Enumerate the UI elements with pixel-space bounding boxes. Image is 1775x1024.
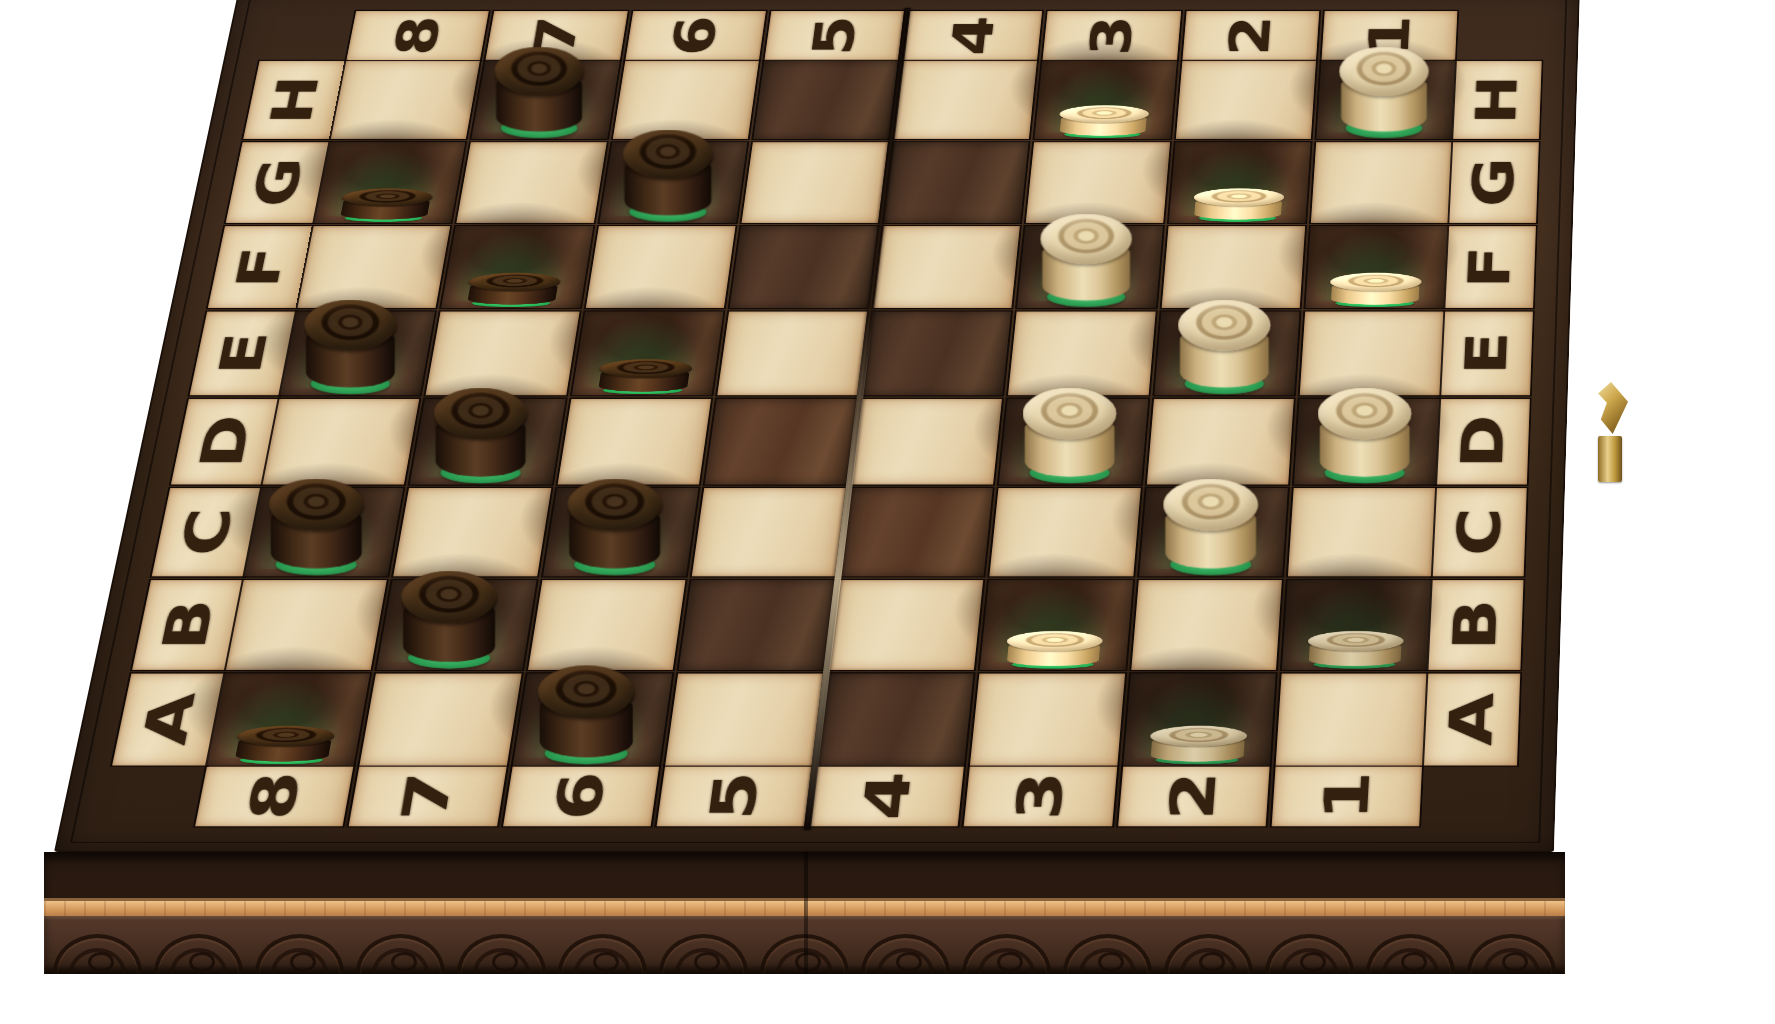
rank-right-label-B: B bbox=[1445, 599, 1506, 650]
file-top-label-7: 7 bbox=[526, 16, 588, 56]
rank-left-label-F: F bbox=[228, 246, 293, 288]
rank-left-label-C: C bbox=[173, 508, 241, 556]
carved-arc-motif bbox=[653, 928, 754, 974]
rank-right-label-F: F bbox=[1461, 246, 1519, 288]
file-top-label-3: 3 bbox=[1083, 16, 1142, 56]
front-fold-seam bbox=[804, 852, 808, 974]
carved-arc-motif bbox=[1057, 928, 1158, 974]
rank-right-label-A: A bbox=[1440, 693, 1502, 746]
file-top-label-4: 4 bbox=[943, 16, 1002, 56]
photo-canvas: 87654321 87654321 HGFEDCBA HGFEDCBA bbox=[0, 0, 1775, 1024]
rank-left-label-E: E bbox=[210, 332, 276, 375]
file-bottom-label-4: 4 bbox=[854, 772, 920, 821]
brass-clasp-hook-icon bbox=[1594, 382, 1628, 434]
brass-clasp bbox=[1588, 382, 1632, 486]
carved-arc-motif bbox=[350, 928, 451, 974]
brass-clasp-plate-icon bbox=[1598, 436, 1622, 482]
rank-right-label-E: E bbox=[1457, 332, 1516, 375]
file-top-label-6: 6 bbox=[665, 16, 726, 56]
carved-arc-motif bbox=[47, 928, 148, 974]
rank-left-label-H: H bbox=[262, 75, 327, 124]
rank-left-label-D: D bbox=[191, 415, 260, 468]
file-bottom-label-5: 5 bbox=[701, 772, 768, 821]
rank-left-label-A: A bbox=[134, 693, 205, 746]
carved-arc-motif bbox=[1461, 928, 1562, 974]
file-top-label-5: 5 bbox=[804, 16, 864, 56]
file-top-label-2: 2 bbox=[1222, 16, 1280, 56]
rank-left-label-B: B bbox=[153, 599, 223, 650]
file-top-label-8: 8 bbox=[387, 16, 449, 56]
carved-arc-motif bbox=[451, 928, 552, 974]
carved-arc-motif bbox=[956, 928, 1057, 974]
rank-right-label-G: G bbox=[1464, 158, 1522, 207]
file-bottom-label-7: 7 bbox=[393, 772, 462, 821]
carved-arc-motif bbox=[1360, 928, 1461, 974]
carved-arc-motif bbox=[855, 928, 956, 974]
rank-right-label-D: D bbox=[1453, 415, 1513, 468]
rank-right-label-H: H bbox=[1468, 75, 1525, 124]
board-frame bbox=[54, 0, 1580, 852]
rank-left-label-G: G bbox=[245, 158, 311, 207]
file-bottom-label-3: 3 bbox=[1008, 772, 1073, 821]
file-top-label-1: 1 bbox=[1361, 16, 1418, 56]
checkers-board: 87654321 87654321 HGFEDCBA HGFEDCBA bbox=[54, 0, 1580, 852]
carved-arc-motif bbox=[1259, 928, 1360, 974]
file-bottom-label-8: 8 bbox=[240, 772, 310, 821]
file-bottom-label-2: 2 bbox=[1162, 772, 1226, 821]
carved-arc-motif bbox=[552, 928, 653, 974]
file-bottom-label-6: 6 bbox=[547, 772, 615, 821]
carved-arc-motif bbox=[249, 928, 350, 974]
carved-arc-motif bbox=[1158, 928, 1259, 974]
carved-arc-motif bbox=[148, 928, 249, 974]
file-bottom-label-1: 1 bbox=[1315, 772, 1378, 821]
rank-right-label-C: C bbox=[1449, 508, 1509, 556]
